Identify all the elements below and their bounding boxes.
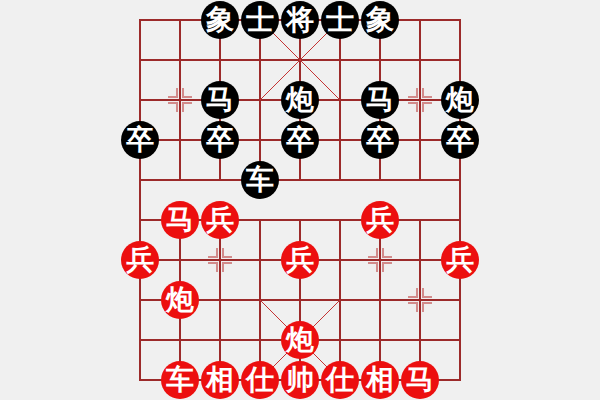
piece-red-soldier[interactable]: 兵: [361, 201, 399, 239]
piece-black-advisor[interactable]: 士: [241, 1, 279, 39]
piece-red-general[interactable]: 帅: [281, 361, 319, 399]
pieces-layer: 象士将士象马炮马炮卒卒卒卒卒车马兵兵兵兵兵炮炮车相仕帅仕相马: [0, 0, 600, 400]
piece-red-advisor[interactable]: 仕: [321, 361, 359, 399]
piece-red-soldier[interactable]: 兵: [281, 241, 319, 279]
piece-red-soldier[interactable]: 兵: [201, 201, 239, 239]
piece-black-soldier[interactable]: 卒: [361, 121, 399, 159]
piece-red-cannon[interactable]: 炮: [161, 281, 199, 319]
piece-red-cannon[interactable]: 炮: [281, 321, 319, 359]
piece-black-soldier[interactable]: 卒: [441, 121, 479, 159]
piece-black-cannon[interactable]: 炮: [281, 81, 319, 119]
piece-black-horse[interactable]: 马: [361, 81, 399, 119]
piece-black-soldier[interactable]: 卒: [201, 121, 239, 159]
piece-black-soldier[interactable]: 卒: [281, 121, 319, 159]
piece-red-soldier[interactable]: 兵: [441, 241, 479, 279]
piece-red-horse[interactable]: 马: [161, 201, 199, 239]
piece-black-elephant[interactable]: 象: [361, 1, 399, 39]
xiangqi-board: 象士将士象马炮马炮卒卒卒卒卒车马兵兵兵兵兵炮炮车相仕帅仕相马: [0, 0, 600, 400]
piece-red-chariot[interactable]: 车: [161, 361, 199, 399]
piece-black-soldier[interactable]: 卒: [121, 121, 159, 159]
piece-red-elephant[interactable]: 相: [361, 361, 399, 399]
piece-black-chariot[interactable]: 车: [241, 161, 279, 199]
piece-black-advisor[interactable]: 士: [321, 1, 359, 39]
piece-red-soldier[interactable]: 兵: [121, 241, 159, 279]
piece-red-elephant[interactable]: 相: [201, 361, 239, 399]
piece-black-elephant[interactable]: 象: [201, 1, 239, 39]
piece-black-cannon[interactable]: 炮: [441, 81, 479, 119]
piece-red-advisor[interactable]: 仕: [241, 361, 279, 399]
piece-red-horse[interactable]: 马: [401, 361, 439, 399]
piece-black-general[interactable]: 将: [281, 1, 319, 39]
piece-black-horse[interactable]: 马: [201, 81, 239, 119]
